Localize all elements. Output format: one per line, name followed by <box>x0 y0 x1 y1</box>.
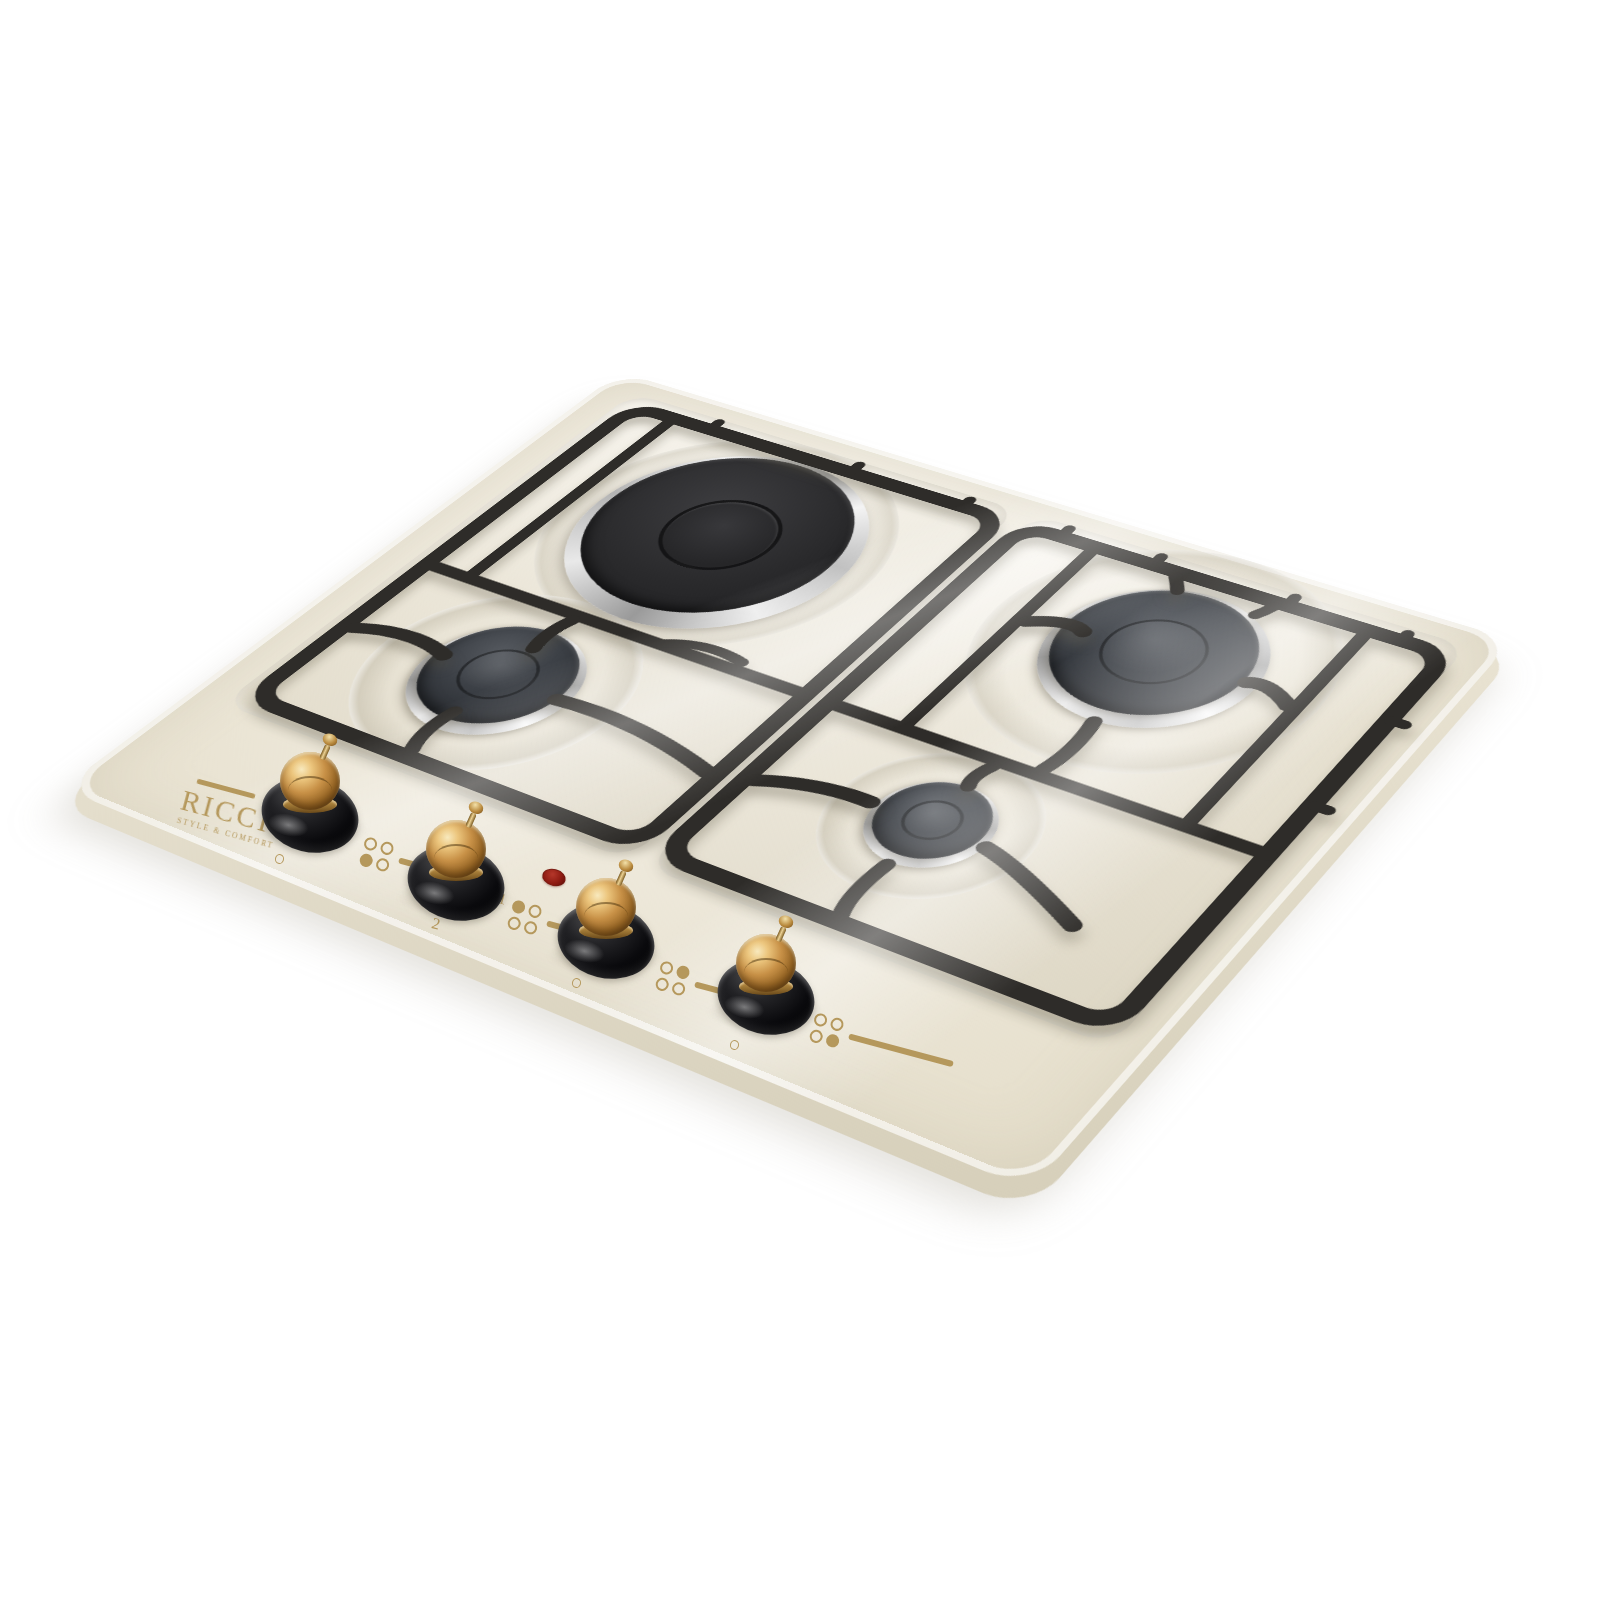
indicator-dot <box>358 852 374 868</box>
indicator-dot <box>523 920 539 936</box>
indicator-dot <box>675 964 691 980</box>
indicator-dot <box>379 840 395 856</box>
indicator-dot <box>829 1016 845 1032</box>
knob-3 <box>547 862 667 980</box>
indicator-dot <box>375 857 391 873</box>
product-photo-stage: RICCI® STYLE & COMFORT 1 2 <box>0 0 1600 1600</box>
indicator-dot <box>671 981 687 997</box>
knob-2 <box>397 804 517 922</box>
knob-4 <box>707 918 827 1036</box>
knob-1 <box>251 736 371 854</box>
indicator-dot <box>825 1033 841 1049</box>
indicator-dot <box>527 903 543 919</box>
